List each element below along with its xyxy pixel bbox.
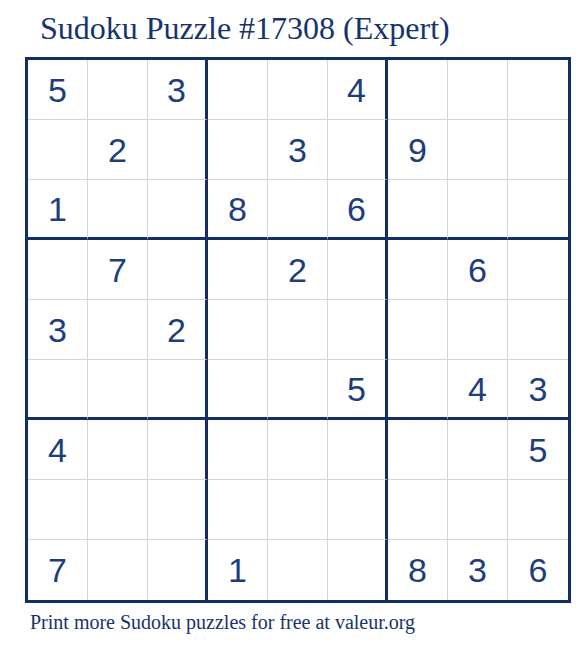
sudoku-cell-r7c3 [148,420,208,480]
sudoku-cell-r1c2 [88,60,148,120]
sudoku-cell-r9c7: 8 [388,540,448,600]
sudoku-cell-r2c8 [448,120,508,180]
sudoku-cell-r2c6 [328,120,388,180]
sudoku-cell-r8c6 [328,480,388,540]
sudoku-cell-r1c6: 4 [328,60,388,120]
sudoku-cell-r4c3 [148,240,208,300]
sudoku-cell-r4c1 [28,240,88,300]
sudoku-cell-r3c5 [268,180,328,240]
sudoku-cell-r5c7 [388,300,448,360]
sudoku-cell-r1c4 [208,60,268,120]
sudoku-cell-r4c5: 2 [268,240,328,300]
sudoku-cell-r5c5 [268,300,328,360]
page-title: Sudoku Puzzle #17308 (Expert) [40,10,450,47]
sudoku-cell-r5c2 [88,300,148,360]
sudoku-cell-r1c3: 3 [148,60,208,120]
sudoku-cell-r9c9: 6 [508,540,568,600]
sudoku-cell-r6c4 [208,360,268,420]
sudoku-cell-r8c7 [388,480,448,540]
sudoku-cell-r1c8 [448,60,508,120]
sudoku-cell-r9c4: 1 [208,540,268,600]
sudoku-cell-r9c2 [88,540,148,600]
sudoku-cell-r3c9 [508,180,568,240]
sudoku-cell-r2c1 [28,120,88,180]
sudoku-cell-r8c1 [28,480,88,540]
sudoku-cell-r7c5 [268,420,328,480]
sudoku-cell-r4c2: 7 [88,240,148,300]
sudoku-cell-r5c3: 2 [148,300,208,360]
sudoku-cell-r4c7 [388,240,448,300]
sudoku-cell-r9c1: 7 [28,540,88,600]
sudoku-cell-r1c9 [508,60,568,120]
sudoku-cell-r7c9: 5 [508,420,568,480]
sudoku-cell-r7c2 [88,420,148,480]
sudoku-cell-r6c5 [268,360,328,420]
sudoku-cell-r5c8 [448,300,508,360]
sudoku-page: Sudoku Puzzle #17308 (Expert) 5342391867… [0,0,580,651]
sudoku-cell-r4c9 [508,240,568,300]
sudoku-cell-r3c3 [148,180,208,240]
sudoku-cell-r6c8: 4 [448,360,508,420]
sudoku-cell-r6c3 [148,360,208,420]
sudoku-cell-r4c8: 6 [448,240,508,300]
sudoku-cell-r6c1 [28,360,88,420]
sudoku-cell-r8c8 [448,480,508,540]
sudoku-cell-r2c9 [508,120,568,180]
sudoku-cell-r3c1: 1 [28,180,88,240]
sudoku-cell-r5c9 [508,300,568,360]
sudoku-cell-r1c5 [268,60,328,120]
sudoku-cell-r3c4: 8 [208,180,268,240]
sudoku-cell-r1c7 [388,60,448,120]
sudoku-cell-r9c8: 3 [448,540,508,600]
sudoku-cell-r4c6 [328,240,388,300]
sudoku-cell-r7c1: 4 [28,420,88,480]
sudoku-cell-r6c7 [388,360,448,420]
sudoku-cell-r7c7 [388,420,448,480]
sudoku-cell-r2c2: 2 [88,120,148,180]
sudoku-cell-r7c4 [208,420,268,480]
sudoku-cell-r2c5: 3 [268,120,328,180]
sudoku-board: 534239186726325434571836 [25,57,571,603]
sudoku-cell-r7c8 [448,420,508,480]
sudoku-cell-r2c3 [148,120,208,180]
sudoku-cell-r9c6 [328,540,388,600]
sudoku-cell-r6c2 [88,360,148,420]
sudoku-cell-r3c6: 6 [328,180,388,240]
sudoku-cell-r6c6: 5 [328,360,388,420]
sudoku-cell-r3c7 [388,180,448,240]
sudoku-cell-r5c4 [208,300,268,360]
sudoku-cell-r8c4 [208,480,268,540]
sudoku-cell-r6c9: 3 [508,360,568,420]
sudoku-cell-r5c1: 3 [28,300,88,360]
sudoku-cell-r4c4 [208,240,268,300]
sudoku-cell-r8c5 [268,480,328,540]
sudoku-cell-r2c7: 9 [388,120,448,180]
sudoku-cell-r9c3 [148,540,208,600]
sudoku-cell-r8c2 [88,480,148,540]
sudoku-cell-r9c5 [268,540,328,600]
sudoku-cell-r3c2 [88,180,148,240]
sudoku-cell-r7c6 [328,420,388,480]
sudoku-cell-r2c4 [208,120,268,180]
sudoku-cell-r8c9 [508,480,568,540]
footer-text: Print more Sudoku puzzles for free at va… [30,611,415,634]
sudoku-cell-r5c6 [328,300,388,360]
sudoku-cell-r1c1: 5 [28,60,88,120]
sudoku-cell-r8c3 [148,480,208,540]
sudoku-cell-r3c8 [448,180,508,240]
